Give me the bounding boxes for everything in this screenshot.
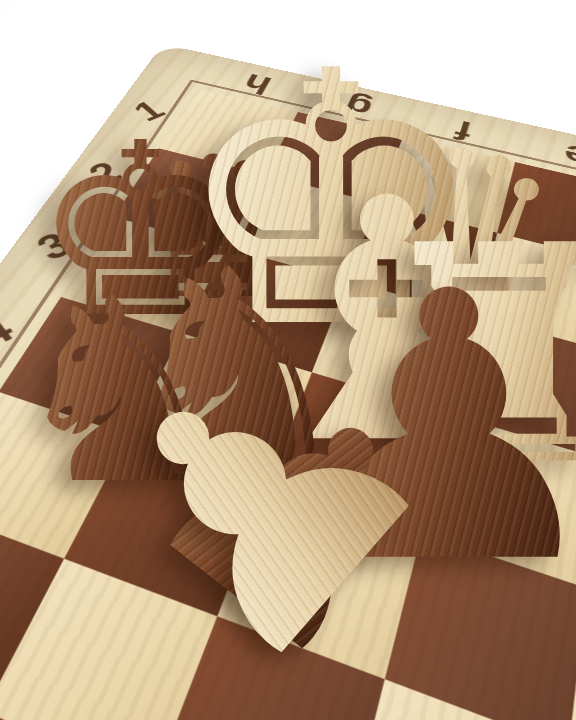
photo-backdrop: hgfedcba12345678 ♚♛♚♛♞♞♝♜♟♟♟ [0,0,576,720]
